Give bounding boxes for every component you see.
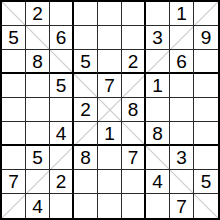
cell-r6c7[interactable]: 8: [146, 122, 170, 146]
cell-r2c4[interactable]: [74, 26, 98, 50]
cell-r8c6[interactable]: [122, 170, 146, 194]
cell-r6c9[interactable]: [194, 122, 218, 146]
cell-r8c7[interactable]: 4: [146, 170, 170, 194]
cell-r9c1[interactable]: [2, 194, 26, 218]
cell-r4c8[interactable]: [170, 74, 194, 98]
cell-r7c7[interactable]: [146, 146, 170, 170]
cell-r1c2[interactable]: 2: [26, 2, 50, 26]
cell-r4c7[interactable]: 1: [146, 74, 170, 98]
cell-r7c1[interactable]: [2, 146, 26, 170]
cell-r3c4[interactable]: 5: [74, 50, 98, 74]
cell-r6c6[interactable]: [122, 122, 146, 146]
cell-r1c4[interactable]: [74, 2, 98, 26]
cell-r6c8[interactable]: [170, 122, 194, 146]
cell-r8c4[interactable]: [74, 170, 98, 194]
cell-r5c5[interactable]: [98, 98, 122, 122]
cell-r2c9[interactable]: 9: [194, 26, 218, 50]
cell-r2c3[interactable]: 6: [50, 26, 74, 50]
cell-r9c4[interactable]: [74, 194, 98, 218]
cell-r6c4[interactable]: [74, 122, 98, 146]
cell-r9c3[interactable]: [50, 194, 74, 218]
cell-r2c6[interactable]: [122, 26, 146, 50]
cell-r2c2[interactable]: [26, 26, 50, 50]
cell-r4c3[interactable]: 5: [50, 74, 74, 98]
cell-r3c3[interactable]: [50, 50, 74, 74]
cell-r9c2[interactable]: 4: [26, 194, 50, 218]
cell-r9c6[interactable]: [122, 194, 146, 218]
cell-r5c4[interactable]: 2: [74, 98, 98, 122]
cell-r4c1[interactable]: [2, 74, 26, 98]
cell-r9c5[interactable]: [98, 194, 122, 218]
cell-r8c9[interactable]: 5: [194, 170, 218, 194]
cell-r5c9[interactable]: [194, 98, 218, 122]
cell-r5c8[interactable]: [170, 98, 194, 122]
cell-r9c7[interactable]: [146, 194, 170, 218]
cell-r3c5[interactable]: [98, 50, 122, 74]
cell-r1c5[interactable]: [98, 2, 122, 26]
cell-r2c7[interactable]: 3: [146, 26, 170, 50]
cell-r1c6[interactable]: [122, 2, 146, 26]
cell-r4c5[interactable]: 7: [98, 74, 122, 98]
cell-r3c1[interactable]: [2, 50, 26, 74]
cell-r3c7[interactable]: [146, 50, 170, 74]
cell-r1c7[interactable]: [146, 2, 170, 26]
cell-r5c3[interactable]: [50, 98, 74, 122]
cell-r3c9[interactable]: [194, 50, 218, 74]
cell-r6c2[interactable]: [26, 122, 50, 146]
cell-r1c3[interactable]: [50, 2, 74, 26]
cell-r8c8[interactable]: [170, 170, 194, 194]
cell-r8c1[interactable]: 7: [2, 170, 26, 194]
cell-r8c5[interactable]: [98, 170, 122, 194]
cell-r7c6[interactable]: 7: [122, 146, 146, 170]
cell-r7c3[interactable]: [50, 146, 74, 170]
cell-r7c8[interactable]: 3: [170, 146, 194, 170]
cell-r7c4[interactable]: 8: [74, 146, 98, 170]
cell-r1c8[interactable]: 1: [170, 2, 194, 26]
cell-r9c9[interactable]: [194, 194, 218, 218]
cell-r9c8[interactable]: 7: [170, 194, 194, 218]
cell-r3c2[interactable]: 8: [26, 50, 50, 74]
cell-r6c3[interactable]: 4: [50, 122, 74, 146]
cell-r8c3[interactable]: 2: [50, 170, 74, 194]
cell-r2c1[interactable]: 5: [2, 26, 26, 50]
cell-r4c2[interactable]: [26, 74, 50, 98]
cell-r5c1[interactable]: [2, 98, 26, 122]
cell-r7c5[interactable]: [98, 146, 122, 170]
cell-r4c6[interactable]: [122, 74, 146, 98]
cell-r8c2[interactable]: [26, 170, 50, 194]
cell-r6c1[interactable]: [2, 122, 26, 146]
cell-r3c8[interactable]: 6: [170, 50, 194, 74]
cell-r1c9[interactable]: [194, 2, 218, 26]
sudoku-board: 2156398526571284185873724547: [0, 0, 220, 220]
cell-r1c1[interactable]: [2, 2, 26, 26]
cell-r3c6[interactable]: 2: [122, 50, 146, 74]
cell-r4c4[interactable]: [74, 74, 98, 98]
cell-r4c9[interactable]: [194, 74, 218, 98]
cell-r6c5[interactable]: 1: [98, 122, 122, 146]
cell-r5c7[interactable]: [146, 98, 170, 122]
sudoku-grid: 2156398526571284185873724547: [2, 2, 218, 218]
cell-r5c2[interactable]: [26, 98, 50, 122]
cell-r2c8[interactable]: [170, 26, 194, 50]
cell-r7c2[interactable]: 5: [26, 146, 50, 170]
cell-r2c5[interactable]: [98, 26, 122, 50]
cell-r7c9[interactable]: [194, 146, 218, 170]
cell-r5c6[interactable]: 8: [122, 98, 146, 122]
